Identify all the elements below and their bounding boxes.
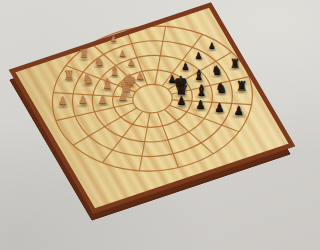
- piece-glyph: ♜: [63, 69, 74, 81]
- pieces-layer: ♟♟♟♟♚♝♞♜♛♝♞♜♟♟♟♟♟♟♟♟♚♝♞♜♛♝♞♜♟♟♟♟: [0, 0, 320, 250]
- piece-glyph: ♝: [101, 77, 113, 91]
- piece-glyph: ♟: [208, 42, 215, 50]
- piece-glyph: ♜: [230, 58, 240, 69]
- piece-glyph: ♞: [82, 73, 94, 86]
- piece-glyph: ♟: [127, 58, 135, 67]
- piece-glyph: ♟: [58, 96, 68, 107]
- piece-glyph: ♟: [195, 51, 202, 59]
- piece-glyph: ♟: [98, 94, 108, 105]
- piece-glyph: ♟: [119, 48, 126, 56]
- piece-glyph: ♞: [211, 65, 222, 77]
- piece-glyph: ♟: [176, 96, 186, 107]
- piece-glyph: ♟: [233, 105, 243, 116]
- piece-glyph: ♝: [193, 68, 205, 81]
- piece-glyph: ♞: [94, 56, 104, 68]
- piece-glyph: ♞: [215, 81, 227, 95]
- piece-glyph: ♟: [214, 102, 224, 113]
- piece-glyph: ♟: [78, 95, 88, 106]
- piece-glyph: ♟: [118, 91, 127, 102]
- photo-stage: ♟♟♟♟♚♝♞♜♛♝♞♜♟♟♟♟♟♟♟♟♚♝♞♜♛♝♞♜♟♟♟♟: [0, 0, 320, 250]
- piece-glyph: ♟: [181, 62, 189, 71]
- piece-glyph: ♝: [195, 83, 208, 97]
- piece-glyph: ♟: [136, 71, 145, 80]
- piece-glyph: ♟: [195, 99, 205, 110]
- piece-glyph: ♜: [79, 50, 89, 61]
- piece-glyph: ♟: [110, 36, 117, 44]
- piece-glyph: ♜: [236, 79, 248, 92]
